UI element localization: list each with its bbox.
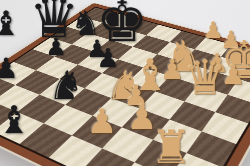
piece-black-pawn[interactable]: ♟: [0, 55, 19, 83]
piece-black-bishop[interactable]: ♝: [0, 101, 31, 139]
piece-black-knight[interactable]: ♞: [48, 65, 84, 105]
pieces-layer: ♝♛♞♚♟♟♟♟♞♝♟♟♞♟♟♚♛♟♝♞♟♟♟♜: [0, 0, 250, 166]
piece-white-pawn[interactable]: ♟: [87, 104, 117, 138]
chessboard-photo-scene: ♝♛♞♚♟♟♟♟♞♝♟♟♞♟♟♚♛♟♝♞♟♟♟♜: [0, 0, 250, 166]
piece-white-queen[interactable]: ♛: [183, 53, 226, 101]
piece-white-rook[interactable]: ♜: [150, 124, 191, 166]
piece-black-pawn[interactable]: ♟: [45, 35, 67, 59]
piece-black-bishop[interactable]: ♝: [0, 6, 21, 40]
